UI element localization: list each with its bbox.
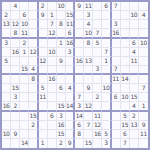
- sudoku-cell-r7-c13[interactable]: [112, 57, 121, 66]
- sudoku-cell-r1-c2[interactable]: 4: [11, 2, 20, 11]
- sudoku-cell-r13-c9[interactable]: 14: [75, 112, 84, 121]
- sudoku-cell-r7-c7[interactable]: 9: [57, 57, 66, 66]
- sudoku-cell-r7-c4[interactable]: [29, 57, 38, 66]
- sudoku-cell-r6-c3[interactable]: 1: [20, 48, 29, 57]
- sudoku-cell-r5-c16[interactable]: 10: [139, 39, 148, 48]
- sudoku-cell-r9-c5[interactable]: [39, 75, 48, 84]
- sudoku-cell-r6-c13[interactable]: [112, 48, 121, 57]
- sudoku-cell-r16-c13[interactable]: [112, 139, 121, 148]
- sudoku-cell-r3-c16[interactable]: [139, 20, 148, 29]
- sudoku-cell-r4-c7[interactable]: [57, 29, 66, 38]
- sudoku-cell-r10-c10[interactable]: 9: [84, 84, 93, 93]
- sudoku-cell-r15-c16[interactable]: 11: [139, 130, 148, 139]
- sudoku-cell-r9-c6[interactable]: 16: [48, 75, 57, 84]
- sudoku-cell-r1-c1[interactable]: [2, 2, 11, 11]
- sudoku-cell-r4-c1[interactable]: [2, 29, 11, 38]
- sudoku-cell-r4-c4[interactable]: [29, 29, 38, 38]
- sudoku-cell-r4-c3[interactable]: 11: [20, 29, 29, 38]
- sudoku-cell-r11-c3[interactable]: [20, 93, 29, 102]
- sudoku-cell-r4-c16[interactable]: [139, 29, 148, 38]
- sudoku-cell-r1-c15[interactable]: [130, 2, 139, 11]
- sudoku-board: 4210911672691153104131210781143811126107…: [0, 0, 150, 150]
- sudoku-cell-r16-c7[interactable]: 2: [57, 139, 66, 148]
- sudoku-cell-r1-c4[interactable]: [29, 2, 38, 11]
- sudoku-cell-r16-c8[interactable]: 9: [66, 139, 75, 148]
- sudoku-cell-r13-c7[interactable]: 3: [57, 112, 66, 121]
- sudoku-cell-r6-c12[interactable]: 7: [102, 48, 111, 57]
- sudoku-cell-r8-c2[interactable]: [11, 66, 20, 75]
- sudoku-cell-r1-c5[interactable]: 2: [39, 2, 48, 11]
- sudoku-cell-r15-c6[interactable]: [48, 130, 57, 139]
- sudoku-cell-r7-c15[interactable]: 11: [130, 57, 139, 66]
- sudoku-cell-r12-c2[interactable]: 2: [11, 102, 20, 111]
- sudoku-cell-r14-c9[interactable]: 6: [75, 121, 84, 130]
- sudoku-cell-r12-c16[interactable]: 1: [139, 102, 148, 111]
- sudoku-cell-r11-c11[interactable]: 2: [93, 93, 102, 102]
- sudoku-cell-r5-c5[interactable]: [39, 39, 48, 48]
- sudoku-cell-r4-c2[interactable]: 8: [11, 29, 20, 38]
- sudoku-cell-r13-c1[interactable]: [2, 112, 11, 121]
- sudoku-cell-r9-c1[interactable]: [2, 75, 11, 84]
- sudoku-cell-r10-c8[interactable]: 4: [66, 84, 75, 93]
- sudoku-cell-r16-c15[interactable]: [130, 139, 139, 148]
- sudoku-cell-r9-c2[interactable]: [11, 75, 20, 84]
- sudoku-cell-r1-c8[interactable]: [66, 2, 75, 11]
- sudoku-cell-r4-c12[interactable]: [102, 29, 111, 38]
- sudoku-cell-r1-c7[interactable]: 10: [57, 2, 66, 11]
- sudoku-cell-r6-c5[interactable]: [39, 48, 48, 57]
- sudoku-cell-r13-c13[interactable]: [112, 112, 121, 121]
- sudoku-cell-r15-c3[interactable]: [20, 130, 29, 139]
- sudoku-cell-r14-c12[interactable]: [102, 121, 111, 130]
- sudoku-cell-r2-c15[interactable]: 10: [130, 11, 139, 20]
- sudoku-cell-r3-c4[interactable]: [29, 20, 38, 29]
- sudoku-cell-r7-c5[interactable]: 12: [39, 57, 48, 66]
- sudoku-cell-r12-c9[interactable]: 3: [75, 102, 84, 111]
- sudoku-cell-r13-c3[interactable]: [20, 112, 29, 121]
- sudoku-cell-r11-c12[interactable]: [102, 93, 111, 102]
- sudoku-cell-r2-c4[interactable]: [29, 11, 38, 20]
- sudoku-cell-r2-c14[interactable]: [121, 11, 130, 20]
- sudoku-cell-r3-c9[interactable]: [75, 20, 84, 29]
- sudoku-cell-r9-c14[interactable]: 14: [121, 75, 130, 84]
- sudoku-cell-r14-c7[interactable]: 16: [57, 121, 66, 130]
- sudoku-cell-r8-c15[interactable]: [130, 66, 139, 75]
- sudoku-cell-r6-c9[interactable]: [75, 48, 84, 57]
- sudoku-cell-r7-c2[interactable]: [11, 57, 20, 66]
- sudoku-cell-r14-c8[interactable]: [66, 121, 75, 130]
- sudoku-cell-r10-c7[interactable]: 6: [57, 84, 66, 93]
- sudoku-cell-r13-c4[interactable]: 15: [29, 112, 38, 121]
- sudoku-cell-r12-c6[interactable]: [48, 102, 57, 111]
- sudoku-cell-r15-c8[interactable]: [66, 130, 75, 139]
- sudoku-cell-r7-c12[interactable]: 1: [102, 57, 111, 66]
- sudoku-cell-r6-c2[interactable]: 16: [11, 48, 20, 57]
- sudoku-cell-r10-c12[interactable]: 10: [102, 84, 111, 93]
- sudoku-cell-r14-c6[interactable]: [48, 121, 57, 130]
- sudoku-cell-r8-c8[interactable]: [66, 66, 75, 75]
- sudoku-cell-r8-c5[interactable]: [39, 66, 48, 75]
- sudoku-cell-r2-c11[interactable]: [93, 11, 102, 20]
- sudoku-cell-r8-c10[interactable]: [84, 66, 93, 75]
- sudoku-cell-r6-c15[interactable]: 4: [130, 48, 139, 57]
- sudoku-cell-r1-c12[interactable]: 6: [102, 2, 111, 11]
- sudoku-cell-r5-c14[interactable]: [121, 39, 130, 48]
- sudoku-cell-r5-c9[interactable]: [75, 39, 84, 48]
- sudoku-cell-r16-c3[interactable]: 14: [20, 139, 29, 148]
- sudoku-cell-r9-c4[interactable]: 8: [29, 75, 38, 84]
- sudoku-cell-r6-c14[interactable]: [121, 48, 130, 57]
- sudoku-cell-r14-c1[interactable]: [2, 121, 11, 130]
- sudoku-cell-r2-c5[interactable]: 9: [39, 11, 48, 20]
- sudoku-cell-r12-c3[interactable]: [20, 102, 29, 111]
- sudoku-cell-r13-c5[interactable]: [39, 112, 48, 121]
- sudoku-cell-r12-c14[interactable]: [121, 102, 130, 111]
- sudoku-cell-r7-c14[interactable]: [121, 57, 130, 66]
- sudoku-cell-r15-c4[interactable]: [29, 130, 38, 139]
- sudoku-cell-r14-c16[interactable]: 9: [139, 121, 148, 130]
- sudoku-cell-r11-c14[interactable]: 10: [121, 93, 130, 102]
- sudoku-cell-r2-c12[interactable]: [102, 11, 111, 20]
- sudoku-cell-r15-c10[interactable]: [84, 130, 93, 139]
- sudoku-cell-r7-c11[interactable]: [93, 57, 102, 66]
- sudoku-cell-r5-c12[interactable]: [102, 39, 111, 48]
- sudoku-cell-r14-c5[interactable]: [39, 121, 48, 130]
- sudoku-cell-r6-c10[interactable]: [84, 48, 93, 57]
- sudoku-cell-r5-c6[interactable]: [48, 39, 57, 48]
- sudoku-cell-r1-c11[interactable]: [93, 2, 102, 11]
- sudoku-cell-r2-c7[interactable]: [57, 11, 66, 20]
- sudoku-cell-r16-c9[interactable]: [75, 139, 84, 148]
- sudoku-cell-r2-c9[interactable]: [75, 11, 84, 20]
- sudoku-cell-r4-c14[interactable]: [121, 29, 130, 38]
- sudoku-cell-r3-c6[interactable]: 7: [48, 20, 57, 29]
- sudoku-cell-r16-c12[interactable]: 3: [102, 139, 111, 148]
- sudoku-cell-r16-c16[interactable]: [139, 139, 148, 148]
- sudoku-cell-r15-c7[interactable]: 15: [57, 130, 66, 139]
- sudoku-cell-r16-c11[interactable]: [93, 139, 102, 148]
- sudoku-cell-r15-c14[interactable]: 6: [121, 130, 130, 139]
- sudoku-cell-r12-c12[interactable]: [102, 102, 111, 111]
- sudoku-cell-r4-c9[interactable]: [75, 29, 84, 38]
- sudoku-cell-r8-c7[interactable]: [57, 66, 66, 75]
- sudoku-cell-r6-c4[interactable]: 12: [29, 48, 38, 57]
- sudoku-cell-r11-c5[interactable]: 11: [39, 93, 48, 102]
- sudoku-cell-r3-c13[interactable]: 3: [112, 20, 121, 29]
- sudoku-cell-r12-c4[interactable]: [29, 102, 38, 111]
- sudoku-cell-r7-c3[interactable]: [20, 57, 29, 66]
- sudoku-cell-r5-c13[interactable]: [112, 39, 121, 48]
- sudoku-cell-r8-c11[interactable]: 3: [93, 66, 102, 75]
- sudoku-cell-r6-c1[interactable]: [2, 48, 11, 57]
- sudoku-cell-r10-c5[interactable]: 5: [39, 84, 48, 93]
- sudoku-cell-r3-c12[interactable]: [102, 20, 111, 29]
- sudoku-cell-r13-c16[interactable]: [139, 112, 148, 121]
- sudoku-cell-r2-c3[interactable]: 6: [20, 11, 29, 20]
- sudoku-cell-r5-c7[interactable]: 1: [57, 39, 66, 48]
- sudoku-cell-r12-c5[interactable]: [39, 102, 48, 111]
- sudoku-cell-r9-c13[interactable]: 11: [112, 75, 121, 84]
- sudoku-cell-r12-c10[interactable]: 12: [84, 102, 93, 111]
- sudoku-cell-r14-c2[interactable]: [11, 121, 20, 130]
- sudoku-cell-r13-c2[interactable]: [11, 112, 20, 121]
- sudoku-cell-r13-c6[interactable]: 6: [48, 112, 57, 121]
- sudoku-cell-r5-c11[interactable]: 5: [93, 39, 102, 48]
- sudoku-cell-r1-c10[interactable]: 11: [84, 2, 93, 11]
- sudoku-cell-r9-c15[interactable]: [130, 75, 139, 84]
- sudoku-cell-r2-c13[interactable]: [112, 11, 121, 20]
- sudoku-cell-r16-c5[interactable]: 1: [39, 139, 48, 148]
- sudoku-cell-r7-c10[interactable]: 13: [84, 57, 93, 66]
- sudoku-cell-r14-c11[interactable]: 12: [93, 121, 102, 130]
- sudoku-cell-r11-c15[interactable]: 15: [130, 93, 139, 102]
- sudoku-cell-r5-c4[interactable]: [29, 39, 38, 48]
- sudoku-cell-r11-c7[interactable]: [57, 93, 66, 102]
- sudoku-cell-r15-c5[interactable]: [39, 130, 48, 139]
- sudoku-cell-r10-c4[interactable]: [29, 84, 38, 93]
- sudoku-cell-r8-c1[interactable]: [2, 66, 11, 75]
- sudoku-cell-r2-c6[interactable]: 1: [48, 11, 57, 20]
- sudoku-cell-r7-c9[interactable]: 16: [75, 57, 84, 66]
- sudoku-cell-r11-c16[interactable]: [139, 93, 148, 102]
- sudoku-cell-r13-c11[interactable]: 11: [93, 112, 102, 121]
- sudoku-cell-r10-c6[interactable]: [48, 84, 57, 93]
- sudoku-cell-r11-c10[interactable]: [84, 93, 93, 102]
- sudoku-cell-r13-c8[interactable]: [66, 112, 75, 121]
- sudoku-cell-r9-c3[interactable]: [20, 75, 29, 84]
- sudoku-cell-r1-c16[interactable]: [139, 2, 148, 11]
- sudoku-cell-r16-c10[interactable]: 15: [84, 139, 93, 148]
- sudoku-cell-r15-c1[interactable]: 10: [2, 130, 11, 139]
- sudoku-cell-r15-c13[interactable]: [112, 130, 121, 139]
- sudoku-cell-r16-c6[interactable]: [48, 139, 57, 148]
- sudoku-cell-r9-c16[interactable]: [139, 75, 148, 84]
- sudoku-cell-r10-c13[interactable]: [112, 84, 121, 93]
- sudoku-cell-r12-c11[interactable]: [93, 102, 102, 111]
- sudoku-cell-r1-c3[interactable]: [20, 2, 29, 11]
- sudoku-cell-r13-c15[interactable]: 2: [130, 112, 139, 121]
- sudoku-cell-r11-c8[interactable]: [66, 93, 75, 102]
- sudoku-cell-r6-c7[interactable]: [57, 48, 66, 57]
- sudoku-cell-r8-c16[interactable]: [139, 66, 148, 75]
- sudoku-cell-r10-c9[interactable]: [75, 84, 84, 93]
- sudoku-cell-r4-c10[interactable]: 10: [84, 29, 93, 38]
- sudoku-cell-r16-c2[interactable]: [11, 139, 20, 148]
- sudoku-cell-r14-c3[interactable]: [20, 121, 29, 130]
- sudoku-cell-r2-c8[interactable]: 15: [66, 11, 75, 20]
- sudoku-cell-r8-c4[interactable]: 4: [29, 66, 38, 75]
- sudoku-cell-r6-c16[interactable]: [139, 48, 148, 57]
- sudoku-cell-r6-c11[interactable]: [93, 48, 102, 57]
- sudoku-cell-r8-c14[interactable]: [121, 66, 130, 75]
- sudoku-cell-r12-c7[interactable]: 15: [57, 102, 66, 111]
- sudoku-cell-r1-c9[interactable]: 9: [75, 2, 84, 11]
- sudoku-cell-r3-c3[interactable]: 10: [20, 20, 29, 29]
- sudoku-cell-r3-c7[interactable]: 8: [57, 20, 66, 29]
- sudoku-cell-r7-c16[interactable]: [139, 57, 148, 66]
- sudoku-cell-r4-c13[interactable]: 16: [112, 29, 121, 38]
- sudoku-cell-r3-c10[interactable]: 4: [84, 20, 93, 29]
- sudoku-cell-r12-c1[interactable]: 16: [2, 102, 11, 111]
- sudoku-cell-r12-c13[interactable]: [112, 102, 121, 111]
- sudoku-cell-r8-c13[interactable]: 7: [112, 66, 121, 75]
- sudoku-cell-r5-c3[interactable]: 2: [20, 39, 29, 48]
- sudoku-cell-r8-c12[interactable]: [102, 66, 111, 75]
- sudoku-cell-r2-c10[interactable]: 3: [84, 11, 93, 20]
- sudoku-cell-r10-c16[interactable]: 7: [139, 84, 148, 93]
- sudoku-cell-r10-c2[interactable]: 15: [11, 84, 20, 93]
- sudoku-cell-r13-c12[interactable]: [102, 112, 111, 121]
- sudoku-cell-r4-c11[interactable]: 7: [93, 29, 102, 38]
- sudoku-cell-r10-c11[interactable]: [93, 84, 102, 93]
- sudoku-cell-r2-c1[interactable]: 2: [2, 11, 11, 20]
- sudoku-cell-r4-c5[interactable]: [39, 29, 48, 38]
- sudoku-cell-r4-c6[interactable]: 12: [48, 29, 57, 38]
- sudoku-cell-r5-c10[interactable]: 8: [84, 39, 93, 48]
- sudoku-cell-r3-c14[interactable]: [121, 20, 130, 29]
- sudoku-cell-r15-c12[interactable]: 5: [102, 130, 111, 139]
- sudoku-cell-r1-c14[interactable]: [121, 2, 130, 11]
- sudoku-cell-r10-c14[interactable]: [121, 84, 130, 93]
- sudoku-cell-r10-c3[interactable]: [20, 84, 29, 93]
- sudoku-cell-r16-c1[interactable]: [2, 139, 11, 148]
- sudoku-cell-r15-c9[interactable]: 8: [75, 130, 84, 139]
- sudoku-cell-r9-c11[interactable]: [93, 75, 102, 84]
- sudoku-cell-r2-c2[interactable]: [11, 11, 20, 20]
- sudoku-cell-r15-c11[interactable]: 16: [93, 130, 102, 139]
- sudoku-cell-r1-c13[interactable]: 7: [112, 2, 121, 11]
- sudoku-cell-r5-c15[interactable]: 6: [130, 39, 139, 48]
- sudoku-cell-r14-c10[interactable]: 7: [84, 121, 93, 130]
- sudoku-cell-r11-c13[interactable]: 6: [112, 93, 121, 102]
- sudoku-cell-r7-c1[interactable]: 5: [2, 57, 11, 66]
- sudoku-cell-r3-c2[interactable]: 12: [11, 20, 20, 29]
- sudoku-cell-r14-c4[interactable]: 2: [29, 121, 38, 130]
- sudoku-cell-r7-c8[interactable]: [66, 57, 75, 66]
- sudoku-cell-r3-c15[interactable]: [130, 20, 139, 29]
- sudoku-cell-r11-c9[interactable]: 7: [75, 93, 84, 102]
- sudoku-cell-r15-c2[interactable]: 9: [11, 130, 20, 139]
- sudoku-cell-r6-c6[interactable]: 10: [48, 48, 57, 57]
- sudoku-cell-r13-c10[interactable]: [84, 112, 93, 121]
- sudoku-cell-r6-c8[interactable]: 3: [66, 48, 75, 57]
- sudoku-cell-r15-c15[interactable]: [130, 130, 139, 139]
- sudoku-cell-r11-c6[interactable]: [48, 93, 57, 102]
- sudoku-cell-r11-c2[interactable]: 3: [11, 93, 20, 102]
- sudoku-cell-r12-c8[interactable]: 14: [66, 102, 75, 111]
- sudoku-cell-r9-c8[interactable]: [66, 75, 75, 84]
- sudoku-cell-r4-c15[interactable]: [130, 29, 139, 38]
- sudoku-cell-r1-c6[interactable]: [48, 2, 57, 11]
- sudoku-cell-r8-c3[interactable]: 15: [20, 66, 29, 75]
- sudoku-cell-r5-c1[interactable]: 3: [2, 39, 11, 48]
- sudoku-cell-r14-c14[interactable]: 15: [121, 121, 130, 130]
- sudoku-cell-r14-c15[interactable]: 13: [130, 121, 139, 130]
- sudoku-cell-r14-c13[interactable]: [112, 121, 121, 130]
- sudoku-cell-r13-c14[interactable]: 5: [121, 112, 130, 121]
- sudoku-cell-r5-c8[interactable]: 16: [66, 39, 75, 48]
- sudoku-cell-r8-c9[interactable]: [75, 66, 84, 75]
- sudoku-cell-r3-c8[interactable]: 11: [66, 20, 75, 29]
- sudoku-cell-r9-c7[interactable]: [57, 75, 66, 84]
- sudoku-cell-r5-c2[interactable]: [11, 39, 20, 48]
- sudoku-cell-r3-c5[interactable]: [39, 20, 48, 29]
- sudoku-cell-r10-c1[interactable]: [2, 84, 11, 93]
- sudoku-cell-r9-c12[interactable]: [102, 75, 111, 84]
- sudoku-cell-r4-c8[interactable]: 6: [66, 29, 75, 38]
- sudoku-cell-r11-c1[interactable]: [2, 93, 11, 102]
- sudoku-cell-r16-c4[interactable]: [29, 139, 38, 148]
- sudoku-cell-r10-c15[interactable]: [130, 84, 139, 93]
- sudoku-cell-r12-c15[interactable]: 4: [130, 102, 139, 111]
- sudoku-cell-r3-c11[interactable]: [93, 20, 102, 29]
- sudoku-cell-r9-c10[interactable]: [84, 75, 93, 84]
- sudoku-cell-r7-c6[interactable]: [48, 57, 57, 66]
- sudoku-cell-r2-c16[interactable]: 4: [139, 11, 148, 20]
- sudoku-cell-r11-c4[interactable]: [29, 93, 38, 102]
- sudoku-cell-r16-c14[interactable]: 7: [121, 139, 130, 148]
- sudoku-cell-r8-c6[interactable]: [48, 66, 57, 75]
- sudoku-cell-r9-c9[interactable]: [75, 75, 84, 84]
- sudoku-cell-r3-c1[interactable]: 13: [2, 20, 11, 29]
